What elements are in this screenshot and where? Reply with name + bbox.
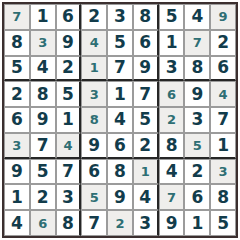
- cell-r7c4[interactable]: 6: [81, 159, 107, 185]
- cell-r3c6[interactable]: 9: [133, 56, 159, 82]
- cell-r5c1[interactable]: 6: [4, 107, 30, 133]
- cell-r1c4[interactable]: 2: [81, 4, 107, 30]
- cell-r1c7[interactable]: 5: [159, 4, 185, 30]
- cell-r5c2[interactable]: 9: [30, 107, 56, 133]
- cell-r8c9[interactable]: 8: [210, 184, 236, 210]
- cell-r2c8[interactable]: 7: [184, 30, 210, 56]
- cell-r6c5[interactable]: 6: [107, 133, 133, 159]
- cell-r6c3[interactable]: 4: [56, 133, 82, 159]
- cell-r1c5[interactable]: 3: [107, 4, 133, 30]
- cell-r5c7[interactable]: 2: [159, 107, 185, 133]
- cell-r3c7[interactable]: 3: [159, 56, 185, 82]
- cell-r5c3[interactable]: 1: [56, 107, 82, 133]
- cell-r8c7[interactable]: 7: [159, 184, 185, 210]
- cell-r6c4[interactable]: 9: [81, 133, 107, 159]
- cell-r7c8[interactable]: 2: [184, 159, 210, 185]
- cell-r2c6[interactable]: 6: [133, 30, 159, 56]
- cell-r4c4[interactable]: 3: [81, 81, 107, 107]
- cell-r6c6[interactable]: 2: [133, 133, 159, 159]
- cell-r1c2[interactable]: 1: [30, 4, 56, 30]
- cell-r4c7[interactable]: 6: [159, 81, 185, 107]
- cell-r6c9[interactable]: 1: [210, 133, 236, 159]
- cell-r9c7[interactable]: 9: [159, 210, 185, 236]
- cell-r7c6[interactable]: 1: [133, 159, 159, 185]
- cell-r4c1[interactable]: 2: [4, 81, 30, 107]
- cell-r5c4[interactable]: 8: [81, 107, 107, 133]
- cell-r4c6[interactable]: 7: [133, 81, 159, 107]
- cell-r7c2[interactable]: 5: [30, 159, 56, 185]
- cell-r8c3[interactable]: 3: [56, 184, 82, 210]
- cell-r8c2[interactable]: 2: [30, 184, 56, 210]
- cell-r3c8[interactable]: 8: [184, 56, 210, 82]
- cell-r9c6[interactable]: 3: [133, 210, 159, 236]
- cell-r4c5[interactable]: 1: [107, 81, 133, 107]
- cell-r8c1[interactable]: 1: [4, 184, 30, 210]
- cell-r9c4[interactable]: 7: [81, 210, 107, 236]
- cell-r6c7[interactable]: 8: [159, 133, 185, 159]
- cell-r4c3[interactable]: 5: [56, 81, 82, 107]
- cell-r5c8[interactable]: 3: [184, 107, 210, 133]
- cell-r9c1[interactable]: 4: [4, 210, 30, 236]
- cell-r4c2[interactable]: 8: [30, 81, 56, 107]
- cell-r3c1[interactable]: 5: [4, 56, 30, 82]
- cell-r7c3[interactable]: 7: [56, 159, 82, 185]
- cell-r3c4[interactable]: 1: [81, 56, 107, 82]
- cell-r3c3[interactable]: 2: [56, 56, 82, 82]
- cell-r7c1[interactable]: 9: [4, 159, 30, 185]
- cell-r9c3[interactable]: 8: [56, 210, 82, 236]
- cell-r3c2[interactable]: 4: [30, 56, 56, 82]
- cell-r7c9[interactable]: 3: [210, 159, 236, 185]
- cell-r1c1[interactable]: 7: [4, 4, 30, 30]
- cell-r6c8[interactable]: 5: [184, 133, 210, 159]
- cell-r5c5[interactable]: 4: [107, 107, 133, 133]
- cell-r9c8[interactable]: 1: [184, 210, 210, 236]
- cell-r1c9[interactable]: 9: [210, 4, 236, 30]
- cell-r6c2[interactable]: 7: [30, 133, 56, 159]
- cell-r2c3[interactable]: 9: [56, 30, 82, 56]
- sudoku-board: 7162385498394561725421793862853176946918…: [2, 2, 238, 238]
- cell-r2c4[interactable]: 4: [81, 30, 107, 56]
- cell-r2c7[interactable]: 1: [159, 30, 185, 56]
- cell-r2c5[interactable]: 5: [107, 30, 133, 56]
- cell-r5c6[interactable]: 5: [133, 107, 159, 133]
- cell-r3c5[interactable]: 7: [107, 56, 133, 82]
- cell-r4c8[interactable]: 9: [184, 81, 210, 107]
- cell-r5c9[interactable]: 7: [210, 107, 236, 133]
- cell-r1c8[interactable]: 4: [184, 4, 210, 30]
- cell-r8c4[interactable]: 5: [81, 184, 107, 210]
- cell-r1c3[interactable]: 6: [56, 4, 82, 30]
- cell-r3c9[interactable]: 6: [210, 56, 236, 82]
- cell-r1c6[interactable]: 8: [133, 4, 159, 30]
- cell-r2c2[interactable]: 3: [30, 30, 56, 56]
- cell-r7c7[interactable]: 4: [159, 159, 185, 185]
- cell-r2c1[interactable]: 8: [4, 30, 30, 56]
- cell-r8c5[interactable]: 9: [107, 184, 133, 210]
- cell-r6c1[interactable]: 3: [4, 133, 30, 159]
- cell-r8c6[interactable]: 4: [133, 184, 159, 210]
- cell-r9c9[interactable]: 5: [210, 210, 236, 236]
- cell-r2c9[interactable]: 2: [210, 30, 236, 56]
- cell-r9c5[interactable]: 2: [107, 210, 133, 236]
- cell-r8c8[interactable]: 6: [184, 184, 210, 210]
- sudoku-page: 7162385498394561725421793862853176946918…: [0, 0, 240, 240]
- cell-r4c9[interactable]: 4: [210, 81, 236, 107]
- cell-r9c2[interactable]: 6: [30, 210, 56, 236]
- cell-r7c5[interactable]: 8: [107, 159, 133, 185]
